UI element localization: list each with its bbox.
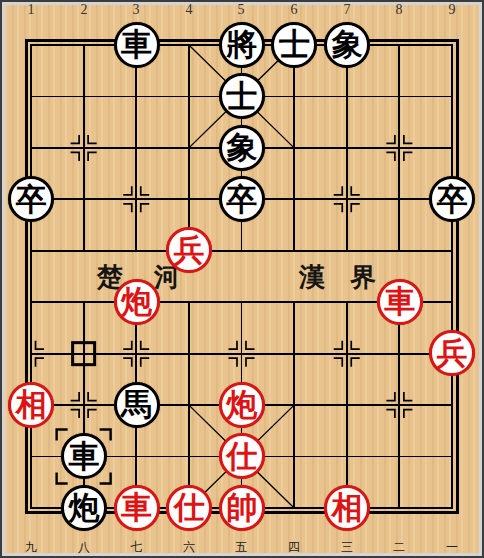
piece-black-advisor[interactable]: 士 [219, 73, 265, 119]
piece-red-elephant[interactable]: 相 [324, 485, 370, 531]
file-label-top-8: 8 [389, 2, 409, 18]
piece-red-chariot[interactable]: 車 [114, 485, 160, 531]
file-label-top-2: 2 [74, 2, 94, 18]
piece-black-horse[interactable]: 馬 [114, 382, 160, 428]
piece-red-elephant[interactable]: 相 [8, 382, 54, 428]
piece-black-advisor[interactable]: 士 [271, 22, 317, 68]
file-label-top-7: 7 [337, 2, 357, 18]
piece-red-advisor[interactable]: 仕 [219, 433, 265, 479]
piece-black-soldier[interactable]: 卒 [8, 176, 54, 222]
piece-black-soldier[interactable]: 卒 [429, 176, 475, 222]
file-label-top-5: 5 [231, 2, 251, 18]
file-label-bottom-7: 七 [126, 539, 146, 555]
file-label-bottom-9: 九 [21, 539, 41, 555]
piece-red-chariot[interactable]: 車 [377, 279, 423, 325]
file-label-bottom-6: 六 [179, 539, 199, 555]
file-label-bottom-3: 三 [337, 539, 357, 555]
file-label-top-9: 9 [442, 2, 462, 18]
file-label-top-1: 1 [21, 2, 41, 18]
xiangqi-board[interactable]: 車將士象士象卒卒卒兵炮車兵相馬炮車仕炮車仕帥相 [5, 19, 479, 533]
piece-black-chariot[interactable]: 車 [61, 433, 107, 479]
piece-red-soldier[interactable]: 兵 [429, 330, 475, 376]
piece-black-chariot[interactable]: 車 [114, 22, 160, 68]
piece-red-cannon[interactable]: 炮 [219, 382, 265, 428]
file-label-bottom-1: 一 [442, 539, 462, 555]
piece-black-general[interactable]: 將 [219, 22, 265, 68]
file-label-bottom-4: 四 [284, 539, 304, 555]
piece-black-soldier[interactable]: 卒 [219, 176, 265, 222]
file-label-bottom-2: 二 [389, 539, 409, 555]
piece-red-soldier[interactable]: 兵 [166, 227, 212, 273]
piece-black-elephant[interactable]: 象 [324, 22, 370, 68]
piece-red-cannon[interactable]: 炮 [114, 279, 160, 325]
piece-black-cannon[interactable]: 炮 [61, 485, 107, 531]
piece-red-advisor[interactable]: 仕 [166, 485, 212, 531]
file-label-top-3: 3 [126, 2, 146, 18]
piece-black-elephant[interactable]: 象 [219, 125, 265, 171]
piece-red-general[interactable]: 帥 [219, 485, 265, 531]
file-label-bottom-8: 八 [74, 539, 94, 555]
file-label-top-6: 6 [284, 2, 304, 18]
xiangqi-app-window: 1 2 3 4 5 6 7 8 9 九 八 七 六 五 四 三 二 一 楚河 漢… [0, 0, 484, 558]
file-label-bottom-5: 五 [231, 539, 251, 555]
file-label-top-4: 4 [179, 2, 199, 18]
